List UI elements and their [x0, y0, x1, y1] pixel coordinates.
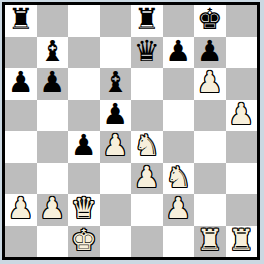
- square-c4[interactable]: ♟: [68, 131, 100, 163]
- black-queen[interactable]: ♛: [134, 37, 160, 66]
- square-f1[interactable]: [163, 226, 195, 258]
- square-d8[interactable]: [100, 5, 132, 37]
- square-a8[interactable]: ♜: [5, 5, 37, 37]
- square-f7[interactable]: ♟: [163, 37, 195, 69]
- white-knight[interactable]: ♞: [165, 163, 191, 192]
- square-e2[interactable]: [131, 194, 163, 226]
- square-b2[interactable]: ♟: [37, 194, 69, 226]
- square-e1[interactable]: [131, 226, 163, 258]
- black-pawn[interactable]: ♟: [165, 37, 191, 66]
- square-g8[interactable]: ♚: [194, 5, 226, 37]
- square-b8[interactable]: [37, 5, 69, 37]
- square-f2[interactable]: ♟: [163, 194, 195, 226]
- white-pawn[interactable]: ♟: [8, 194, 34, 223]
- white-rook[interactable]: ♜: [197, 226, 223, 255]
- square-g7[interactable]: ♟: [194, 37, 226, 69]
- white-pawn[interactable]: ♟: [165, 194, 191, 223]
- square-e4[interactable]: ♞: [131, 131, 163, 163]
- square-f3[interactable]: ♞: [163, 163, 195, 195]
- square-d5[interactable]: ♟: [100, 100, 132, 132]
- square-h3[interactable]: [226, 163, 258, 195]
- square-g5[interactable]: [194, 100, 226, 132]
- white-pawn[interactable]: ♟: [228, 100, 254, 129]
- square-a5[interactable]: [5, 100, 37, 132]
- square-h8[interactable]: [226, 5, 258, 37]
- white-pawn[interactable]: ♟: [134, 163, 160, 192]
- square-a7[interactable]: [5, 37, 37, 69]
- square-g6[interactable]: ♟: [194, 68, 226, 100]
- square-c3[interactable]: [68, 163, 100, 195]
- square-a4[interactable]: [5, 131, 37, 163]
- square-b6[interactable]: ♟: [37, 68, 69, 100]
- white-pawn[interactable]: ♟: [197, 68, 223, 97]
- square-c7[interactable]: [68, 37, 100, 69]
- square-d3[interactable]: [100, 163, 132, 195]
- white-knight[interactable]: ♞: [134, 131, 160, 160]
- square-f6[interactable]: [163, 68, 195, 100]
- black-pawn[interactable]: ♟: [71, 131, 97, 160]
- square-e8[interactable]: ♜: [131, 5, 163, 37]
- white-pawn[interactable]: ♟: [102, 131, 128, 160]
- square-g1[interactable]: ♜: [194, 226, 226, 258]
- page-background: ♜♜♚♝♛♟♟♟♟♝♟♟♟♟♟♞♟♞♟♟♛♟♚♜♜: [0, 0, 264, 264]
- square-d4[interactable]: ♟: [100, 131, 132, 163]
- black-pawn[interactable]: ♟: [8, 68, 34, 97]
- square-a2[interactable]: ♟: [5, 194, 37, 226]
- square-b5[interactable]: [37, 100, 69, 132]
- square-g4[interactable]: [194, 131, 226, 163]
- black-pawn[interactable]: ♟: [102, 100, 128, 129]
- black-king[interactable]: ♚: [197, 5, 223, 34]
- square-b4[interactable]: [37, 131, 69, 163]
- square-c5[interactable]: [68, 100, 100, 132]
- square-a1[interactable]: [5, 226, 37, 258]
- square-a6[interactable]: ♟: [5, 68, 37, 100]
- square-d2[interactable]: [100, 194, 132, 226]
- square-c1[interactable]: ♚: [68, 226, 100, 258]
- square-c8[interactable]: [68, 5, 100, 37]
- square-h5[interactable]: ♟: [226, 100, 258, 132]
- square-e6[interactable]: [131, 68, 163, 100]
- square-f8[interactable]: [163, 5, 195, 37]
- square-d6[interactable]: ♝: [100, 68, 132, 100]
- square-b1[interactable]: [37, 226, 69, 258]
- white-pawn[interactable]: ♟: [39, 194, 65, 223]
- square-e5[interactable]: [131, 100, 163, 132]
- black-rook[interactable]: ♜: [134, 5, 160, 34]
- white-rook[interactable]: ♜: [228, 226, 254, 255]
- white-king[interactable]: ♚: [71, 226, 97, 255]
- square-b7[interactable]: ♝: [37, 37, 69, 69]
- square-c2[interactable]: ♛: [68, 194, 100, 226]
- square-g3[interactable]: [194, 163, 226, 195]
- chess-board: ♜♜♚♝♛♟♟♟♟♝♟♟♟♟♟♞♟♞♟♟♛♟♚♜♜: [2, 2, 260, 260]
- square-g2[interactable]: [194, 194, 226, 226]
- square-a3[interactable]: [5, 163, 37, 195]
- square-h1[interactable]: ♜: [226, 226, 258, 258]
- white-queen[interactable]: ♛: [71, 194, 97, 223]
- black-rook[interactable]: ♜: [8, 5, 34, 34]
- square-d1[interactable]: [100, 226, 132, 258]
- square-h6[interactable]: [226, 68, 258, 100]
- black-bishop[interactable]: ♝: [102, 68, 128, 97]
- square-d7[interactable]: [100, 37, 132, 69]
- square-e7[interactable]: ♛: [131, 37, 163, 69]
- black-pawn[interactable]: ♟: [197, 37, 223, 66]
- square-h4[interactable]: [226, 131, 258, 163]
- square-f4[interactable]: [163, 131, 195, 163]
- black-pawn[interactable]: ♟: [39, 68, 65, 97]
- square-f5[interactable]: [163, 100, 195, 132]
- square-b3[interactable]: [37, 163, 69, 195]
- square-c6[interactable]: [68, 68, 100, 100]
- square-h2[interactable]: [226, 194, 258, 226]
- black-bishop[interactable]: ♝: [39, 37, 65, 66]
- square-h7[interactable]: [226, 37, 258, 69]
- square-e3[interactable]: ♟: [131, 163, 163, 195]
